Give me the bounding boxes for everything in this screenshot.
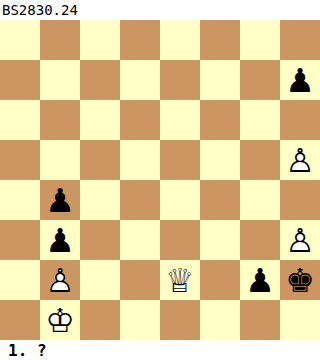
square-g3[interactable] bbox=[240, 220, 280, 260]
square-e8[interactable] bbox=[160, 20, 200, 60]
square-c4[interactable] bbox=[80, 180, 120, 220]
move-prompt: 1. ? bbox=[0, 340, 320, 360]
square-d8[interactable] bbox=[120, 20, 160, 60]
black-pawn-glyph: ♟ bbox=[280, 60, 320, 100]
chess-board: ♟♟♙♟♟♟♙♟♙♛♕♟♚♚♔ bbox=[0, 20, 320, 340]
square-g2[interactable]: ♟ bbox=[240, 260, 280, 300]
square-e3[interactable] bbox=[160, 220, 200, 260]
square-d7[interactable] bbox=[120, 60, 160, 100]
square-d3[interactable] bbox=[120, 220, 160, 260]
square-f7[interactable] bbox=[200, 60, 240, 100]
square-a4[interactable] bbox=[0, 180, 40, 220]
square-c2[interactable] bbox=[80, 260, 120, 300]
square-d2[interactable] bbox=[120, 260, 160, 300]
square-c3[interactable] bbox=[80, 220, 120, 260]
square-a1[interactable] bbox=[0, 300, 40, 340]
square-f5[interactable] bbox=[200, 140, 240, 180]
square-e7[interactable] bbox=[160, 60, 200, 100]
square-c5[interactable] bbox=[80, 140, 120, 180]
white-queen[interactable]: ♛♕ bbox=[160, 260, 200, 300]
square-b8[interactable] bbox=[40, 20, 80, 60]
white-pawn[interactable]: ♟♙ bbox=[280, 140, 320, 180]
square-f1[interactable] bbox=[200, 300, 240, 340]
square-c1[interactable] bbox=[80, 300, 120, 340]
square-e1[interactable] bbox=[160, 300, 200, 340]
square-d6[interactable] bbox=[120, 100, 160, 140]
black-pawn[interactable]: ♟ bbox=[240, 260, 280, 300]
square-g1[interactable] bbox=[240, 300, 280, 340]
black-pawn[interactable]: ♟ bbox=[40, 220, 80, 260]
black-pawn[interactable]: ♟ bbox=[40, 180, 80, 220]
black-pawn[interactable]: ♟ bbox=[280, 60, 320, 100]
square-e5[interactable] bbox=[160, 140, 200, 180]
square-h2[interactable]: ♚ bbox=[280, 260, 320, 300]
chess-diagram-screen: BS2830.24 ♟♟♙♟♟♟♙♟♙♛♕♟♚♚♔ 1. ? bbox=[0, 0, 320, 360]
square-g8[interactable] bbox=[240, 20, 280, 60]
square-a3[interactable] bbox=[0, 220, 40, 260]
square-f2[interactable] bbox=[200, 260, 240, 300]
square-b4[interactable]: ♟ bbox=[40, 180, 80, 220]
white-king[interactable]: ♚♔ bbox=[40, 300, 80, 340]
square-h6[interactable] bbox=[280, 100, 320, 140]
puzzle-id: BS2830.24 bbox=[0, 0, 320, 20]
square-f8[interactable] bbox=[200, 20, 240, 60]
square-f6[interactable] bbox=[200, 100, 240, 140]
square-b1[interactable]: ♚♔ bbox=[40, 300, 80, 340]
square-c6[interactable] bbox=[80, 100, 120, 140]
white-queen-outline: ♕ bbox=[160, 260, 200, 300]
black-pawn-glyph: ♟ bbox=[40, 220, 80, 260]
white-pawn-outline: ♙ bbox=[280, 140, 320, 180]
square-g5[interactable] bbox=[240, 140, 280, 180]
square-c8[interactable] bbox=[80, 20, 120, 60]
square-h5[interactable]: ♟♙ bbox=[280, 140, 320, 180]
square-b6[interactable] bbox=[40, 100, 80, 140]
square-e4[interactable] bbox=[160, 180, 200, 220]
square-h1[interactable] bbox=[280, 300, 320, 340]
square-e6[interactable] bbox=[160, 100, 200, 140]
square-c7[interactable] bbox=[80, 60, 120, 100]
square-a7[interactable] bbox=[0, 60, 40, 100]
square-h7[interactable]: ♟ bbox=[280, 60, 320, 100]
square-g7[interactable] bbox=[240, 60, 280, 100]
square-d1[interactable] bbox=[120, 300, 160, 340]
white-king-outline: ♔ bbox=[40, 300, 80, 340]
square-h8[interactable] bbox=[280, 20, 320, 60]
black-king-glyph: ♚ bbox=[280, 260, 320, 300]
square-h3[interactable]: ♟♙ bbox=[280, 220, 320, 260]
white-pawn[interactable]: ♟♙ bbox=[40, 260, 80, 300]
black-pawn-glyph: ♟ bbox=[240, 260, 280, 300]
square-e2[interactable]: ♛♕ bbox=[160, 260, 200, 300]
square-f4[interactable] bbox=[200, 180, 240, 220]
square-f3[interactable] bbox=[200, 220, 240, 260]
black-pawn-glyph: ♟ bbox=[40, 180, 80, 220]
square-g6[interactable] bbox=[240, 100, 280, 140]
square-b3[interactable]: ♟ bbox=[40, 220, 80, 260]
white-pawn[interactable]: ♟♙ bbox=[280, 220, 320, 260]
square-g4[interactable] bbox=[240, 180, 280, 220]
black-king[interactable]: ♚ bbox=[280, 260, 320, 300]
square-a6[interactable] bbox=[0, 100, 40, 140]
square-d4[interactable] bbox=[120, 180, 160, 220]
white-pawn-outline: ♙ bbox=[280, 220, 320, 260]
square-d5[interactable] bbox=[120, 140, 160, 180]
square-b5[interactable] bbox=[40, 140, 80, 180]
square-h4[interactable] bbox=[280, 180, 320, 220]
square-a2[interactable] bbox=[0, 260, 40, 300]
white-pawn-outline: ♙ bbox=[40, 260, 80, 300]
square-a8[interactable] bbox=[0, 20, 40, 60]
square-b2[interactable]: ♟♙ bbox=[40, 260, 80, 300]
square-b7[interactable] bbox=[40, 60, 80, 100]
square-a5[interactable] bbox=[0, 140, 40, 180]
